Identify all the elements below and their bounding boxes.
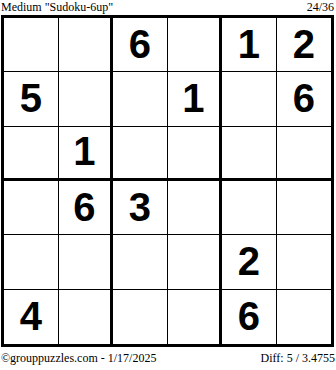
- footer: ©grouppuzzles.com - 1/17/2025 Diff: 5 / …: [1, 350, 335, 366]
- cell-r4c4-empty[interactable]: [168, 181, 223, 235]
- cell-r2c4-given[interactable]: 1: [168, 72, 223, 126]
- cell-r2c3-empty[interactable]: [113, 72, 168, 126]
- cell-r5c4-empty[interactable]: [168, 235, 223, 289]
- cell-r2c1-given[interactable]: 5: [4, 72, 59, 126]
- cell-r4c2-given[interactable]: 6: [59, 181, 114, 235]
- cell-r1c4-empty[interactable]: [168, 18, 223, 72]
- sudoku-board: 612516163246: [1, 15, 334, 347]
- cell-r5c2-empty[interactable]: [59, 235, 114, 289]
- cell-r3c1-empty[interactable]: [4, 127, 59, 181]
- cell-r1c3-given[interactable]: 6: [113, 18, 168, 72]
- cell-r1c2-empty[interactable]: [59, 18, 114, 72]
- cell-r6c6-empty[interactable]: [277, 290, 332, 344]
- cell-r6c4-empty[interactable]: [168, 290, 223, 344]
- cell-r5c6-empty[interactable]: [277, 235, 332, 289]
- cell-r2c5-empty[interactable]: [222, 72, 277, 126]
- copyright-text: ©grouppuzzles.com - 1/17/2025: [1, 350, 156, 366]
- cell-r5c3-empty[interactable]: [113, 235, 168, 289]
- cell-r6c3-empty[interactable]: [113, 290, 168, 344]
- cell-r1c1-empty[interactable]: [4, 18, 59, 72]
- puzzle-page: Medium "Sudoku-6up" 24/36 612516163246 ©…: [0, 0, 336, 370]
- cell-r6c1-given[interactable]: 4: [4, 290, 59, 344]
- cell-r4c3-given[interactable]: 3: [113, 181, 168, 235]
- cell-r3c2-given[interactable]: 1: [59, 127, 114, 181]
- cell-r6c2-empty[interactable]: [59, 290, 114, 344]
- cell-r3c3-empty[interactable]: [113, 127, 168, 181]
- cell-r2c2-empty[interactable]: [59, 72, 114, 126]
- cell-r5c1-empty[interactable]: [4, 235, 59, 289]
- given-counter: 24/36: [307, 0, 334, 14]
- cell-r3c4-empty[interactable]: [168, 127, 223, 181]
- cell-r6c5-given[interactable]: 6: [222, 290, 277, 344]
- cell-r4c1-empty[interactable]: [4, 181, 59, 235]
- cell-r4c6-empty[interactable]: [277, 181, 332, 235]
- puzzle-title: Medium "Sudoku-6up": [1, 0, 113, 14]
- cell-r5c5-given[interactable]: 2: [222, 235, 277, 289]
- cell-r1c5-given[interactable]: 1: [222, 18, 277, 72]
- header: Medium "Sudoku-6up" 24/36: [1, 0, 334, 14]
- cell-r4c5-empty[interactable]: [222, 181, 277, 235]
- cell-r3c6-empty[interactable]: [277, 127, 332, 181]
- cell-r1c6-given[interactable]: 2: [277, 18, 332, 72]
- cell-r3c5-empty[interactable]: [222, 127, 277, 181]
- cell-r2c6-given[interactable]: 6: [277, 72, 332, 126]
- difficulty-text: Diff: 5 / 3.4755: [261, 350, 335, 366]
